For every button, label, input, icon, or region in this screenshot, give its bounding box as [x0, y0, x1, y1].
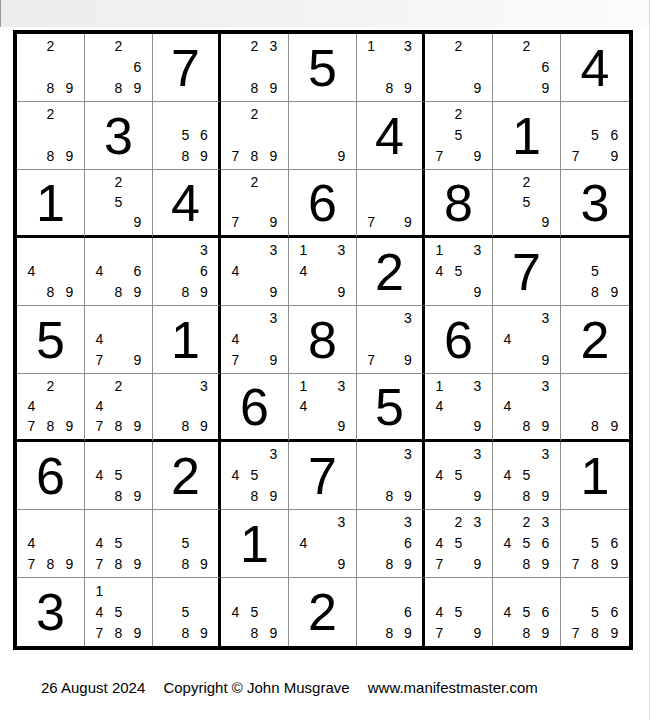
pencilmark-3 — [195, 512, 213, 533]
pencilmark-1 — [90, 240, 109, 261]
solved-digit: 6 — [425, 306, 492, 373]
pencilmark-2 — [449, 444, 468, 465]
pencilmark-3 — [60, 104, 79, 125]
pencilmark-3 — [399, 172, 417, 192]
pencilmark-7 — [498, 553, 517, 574]
pencilmark-5: 5 — [517, 533, 536, 554]
solved-digit: 2 — [289, 578, 356, 646]
pencilmarks: 1349 — [294, 240, 351, 302]
pencilmark-4 — [158, 533, 176, 554]
pencilmark-7 — [226, 622, 245, 643]
pencilmark-6 — [536, 192, 555, 212]
pencilmark-9: 9 — [468, 145, 487, 166]
pencilmark-5 — [245, 125, 264, 146]
pencilmark-8 — [313, 553, 332, 574]
pencilmark-1 — [22, 376, 41, 396]
footer-date: 26 August 2024 — [41, 679, 145, 696]
pencilmark-9: 9 — [60, 77, 79, 98]
pencilmark-7: 7 — [566, 622, 585, 643]
cell-r7c5: 7 — [289, 442, 357, 510]
pencilmark-3: 3 — [264, 444, 283, 465]
pencilmark-2: 2 — [41, 104, 60, 125]
pencilmarks: 4789 — [22, 512, 79, 574]
pencilmark-7 — [498, 416, 517, 436]
cell-r7c7: 3459 — [425, 442, 493, 510]
pencilmark-2: 2 — [517, 512, 536, 533]
pencilmark-6 — [332, 396, 351, 416]
pencilmark-1 — [90, 444, 109, 465]
pencilmarks: 3479 — [226, 308, 283, 370]
pencilmark-9: 9 — [399, 622, 417, 643]
pencilmark-5: 5 — [449, 465, 468, 486]
pencilmark-6 — [128, 601, 147, 622]
pencilmark-5: 5 — [109, 192, 128, 212]
pencilmark-6 — [128, 465, 147, 486]
pencilmark-3 — [468, 104, 487, 125]
cell-r5c3: 1 — [153, 306, 221, 374]
pencilmark-3: 3 — [536, 444, 555, 465]
pencilmark-5 — [313, 261, 332, 282]
pencilmark-5 — [585, 396, 604, 416]
pencilmark-6 — [264, 261, 283, 282]
pencilmark-1 — [226, 104, 245, 125]
pencilmark-5 — [380, 601, 398, 622]
cell-r2c8: 1 — [493, 102, 561, 170]
cell-r4c1: 489 — [17, 238, 85, 306]
pencilmark-7 — [566, 281, 585, 302]
pencilmark-8 — [517, 77, 536, 98]
solved-digit: 5 — [289, 34, 356, 101]
pencilmark-4: 4 — [22, 261, 41, 282]
pencilmark-4: 4 — [226, 465, 245, 486]
solved-digit: 5 — [357, 374, 422, 439]
pencilmark-9: 9 — [264, 622, 283, 643]
solved-digit: 3 — [85, 102, 152, 169]
pencilmark-1 — [294, 104, 313, 125]
pencilmark-2 — [380, 444, 398, 465]
pencilmark-5 — [109, 261, 128, 282]
solved-digit: 6 — [221, 374, 288, 439]
cell-r4c8: 7 — [493, 238, 561, 306]
pencilmark-2: 2 — [245, 104, 264, 125]
cell-r6c5: 1349 — [289, 374, 357, 442]
pencilmark-4: 4 — [430, 396, 449, 416]
pencilmark-6 — [264, 465, 283, 486]
pencilmark-8: 8 — [585, 553, 604, 574]
pencilmark-4: 4 — [498, 329, 517, 350]
pencilmark-9: 9 — [536, 485, 555, 506]
pencilmark-9: 9 — [468, 553, 487, 574]
pencilmark-3: 3 — [399, 512, 417, 533]
solved-digit: 1 — [17, 170, 84, 235]
pencilmarks: 3689 — [362, 512, 417, 574]
pencilmarks: 1349 — [294, 376, 351, 436]
pencilmark-4 — [226, 192, 245, 212]
pencilmark-1 — [498, 376, 517, 396]
pencilmark-7 — [22, 281, 41, 302]
cell-r5c7: 6 — [425, 306, 493, 374]
pencilmark-2 — [585, 512, 604, 533]
cell-r9c6: 689 — [357, 578, 425, 646]
pencilmark-2 — [245, 444, 264, 465]
pencilmark-2 — [380, 308, 398, 329]
cell-r5c2: 479 — [85, 306, 153, 374]
pencilmarks: 589 — [158, 512, 213, 574]
pencilmark-6 — [399, 57, 417, 78]
pencilmark-5: 5 — [245, 601, 264, 622]
cell-r8c3: 589 — [153, 510, 221, 578]
pencilmark-8 — [517, 349, 536, 370]
pencilmarks: 234579 — [430, 512, 487, 574]
pencilmark-8: 8 — [41, 281, 60, 302]
pencilmarks: 389 — [362, 444, 417, 506]
pencilmark-2 — [380, 580, 398, 601]
pencilmark-6 — [195, 601, 213, 622]
pencilmark-7 — [90, 485, 109, 506]
pencilmark-6 — [60, 396, 79, 416]
pencilmarks: 2345689 — [498, 512, 555, 574]
pencilmarks: 4589 — [90, 444, 147, 506]
pencilmark-8 — [449, 622, 468, 643]
pencilmarks: 289 — [22, 36, 79, 98]
pencilmark-3 — [128, 308, 147, 329]
cell-r1c5: 5 — [289, 34, 357, 102]
pencilmark-1 — [498, 512, 517, 533]
pencilmark-5 — [313, 396, 332, 416]
cell-r1c9: 4 — [561, 34, 629, 102]
pencilmark-9: 9 — [195, 281, 213, 302]
pencilmark-7 — [90, 212, 109, 232]
pencilmark-1 — [430, 104, 449, 125]
pencilmarks: 589 — [158, 580, 213, 643]
pencilmark-1 — [430, 36, 449, 57]
pencilmarks: 13459 — [430, 240, 487, 302]
pencilmark-5 — [245, 192, 264, 212]
pencilmark-5: 5 — [449, 601, 468, 622]
pencilmarks: 489 — [22, 240, 79, 302]
pencilmark-1 — [294, 512, 313, 533]
pencilmark-9: 9 — [128, 212, 147, 232]
pencilmark-3 — [536, 580, 555, 601]
pencilmark-7: 7 — [226, 145, 245, 166]
pencilmark-2: 2 — [245, 172, 264, 192]
pencilmark-4: 4 — [90, 329, 109, 350]
pencilmark-6 — [195, 396, 213, 416]
pencilmark-9: 9 — [468, 281, 487, 302]
pencilmark-2: 2 — [449, 104, 468, 125]
pencilmark-4: 4 — [294, 261, 313, 282]
cell-r7c6: 389 — [357, 442, 425, 510]
pencilmarks: 34589 — [226, 444, 283, 506]
pencilmark-4: 4 — [498, 533, 517, 554]
pencilmark-6 — [468, 533, 487, 554]
pencilmark-4: 4 — [294, 396, 313, 416]
pencilmark-9: 9 — [195, 416, 213, 436]
pencilmark-9: 9 — [399, 553, 417, 574]
pencilmark-9: 9 — [128, 77, 147, 98]
pencilmark-2 — [109, 240, 128, 261]
cell-r3c6: 79 — [357, 170, 425, 238]
pencilmark-6 — [605, 261, 624, 282]
solved-digit: 6 — [17, 442, 84, 509]
pencilmark-9: 9 — [536, 553, 555, 574]
pencilmark-5: 5 — [585, 601, 604, 622]
pencilmark-9: 9 — [128, 622, 147, 643]
pencilmark-4 — [90, 57, 109, 78]
pencilmark-8 — [109, 212, 128, 232]
pencilmarks: 45689 — [498, 580, 555, 643]
pencilmark-7 — [22, 77, 41, 98]
pencilmark-8: 8 — [585, 416, 604, 436]
pencilmark-9: 9 — [128, 485, 147, 506]
solved-digit: 7 — [289, 442, 356, 509]
cell-r9c3: 589 — [153, 578, 221, 646]
cell-r2c3: 5689 — [153, 102, 221, 170]
pencilmark-3 — [128, 512, 147, 533]
cell-r4c2: 4689 — [85, 238, 153, 306]
pencilmark-6 — [399, 329, 417, 350]
pencilmark-8: 8 — [245, 77, 264, 98]
pencilmarks: 29 — [430, 36, 487, 98]
cell-r8c8: 2345689 — [493, 510, 561, 578]
pencilmark-7: 7 — [362, 212, 380, 232]
pencilmark-7 — [294, 281, 313, 302]
cell-r6c6: 5 — [357, 374, 425, 442]
pencilmark-6 — [264, 57, 283, 78]
pencilmark-2 — [176, 512, 194, 533]
pencilmark-1 — [90, 36, 109, 57]
pencilmark-5 — [313, 125, 332, 146]
pencilmark-1 — [158, 104, 176, 125]
pencilmark-2 — [109, 444, 128, 465]
cell-r5c1: 5 — [17, 306, 85, 374]
pencilmark-5 — [109, 329, 128, 350]
pencilmark-4 — [430, 125, 449, 146]
pencilmark-2 — [585, 104, 604, 125]
cell-r5c4: 3479 — [221, 306, 289, 374]
cell-r2c1: 289 — [17, 102, 85, 170]
pencilmark-9: 9 — [399, 349, 417, 370]
pencilmark-6 — [332, 261, 351, 282]
cell-r1c2: 2689 — [85, 34, 153, 102]
pencilmark-6: 6 — [399, 533, 417, 554]
pencilmark-1: 1 — [430, 376, 449, 396]
pencilmark-4 — [498, 57, 517, 78]
pencilmark-3 — [60, 36, 79, 57]
pencilmark-8: 8 — [109, 77, 128, 98]
pencilmark-9: 9 — [332, 416, 351, 436]
pencilmark-6 — [264, 125, 283, 146]
pencilmark-8 — [245, 281, 264, 302]
pencilmark-9: 9 — [468, 485, 487, 506]
pencilmark-8 — [245, 349, 264, 370]
cell-r6c1: 24789 — [17, 374, 85, 442]
pencilmark-2 — [380, 36, 398, 57]
pencilmark-7 — [294, 145, 313, 166]
pencilmark-4: 4 — [226, 601, 245, 622]
pencilmark-7 — [158, 145, 176, 166]
solved-digit: 7 — [153, 34, 218, 101]
pencilmark-6: 6 — [536, 57, 555, 78]
cell-r2c9: 5679 — [561, 102, 629, 170]
solved-digit: 2 — [561, 306, 629, 373]
pencilmark-1: 1 — [90, 580, 109, 601]
pencilmark-8 — [449, 145, 468, 166]
pencilmark-4 — [158, 125, 176, 146]
pencilmark-5: 5 — [517, 465, 536, 486]
pencilmark-2: 2 — [517, 172, 536, 192]
cell-r6c2: 24789 — [85, 374, 153, 442]
pencilmarks: 79 — [362, 172, 417, 232]
pencilmark-6: 6 — [399, 601, 417, 622]
pencilmark-2 — [517, 444, 536, 465]
pencilmark-3 — [128, 172, 147, 192]
pencilmark-2 — [176, 104, 194, 125]
pencilmark-3: 3 — [399, 36, 417, 57]
cell-r9c4: 4589 — [221, 578, 289, 646]
pencilmark-7 — [158, 416, 176, 436]
pencilmark-3: 3 — [332, 240, 351, 261]
pencilmark-4 — [22, 57, 41, 78]
pencilmark-6 — [468, 125, 487, 146]
pencilmark-8: 8 — [517, 416, 536, 436]
pencilmark-7: 7 — [90, 416, 109, 436]
pencilmark-4: 4 — [22, 396, 41, 416]
pencilmark-8: 8 — [245, 622, 264, 643]
pencilmark-1 — [226, 308, 245, 329]
pencilmark-5 — [245, 329, 264, 350]
pencilmarks: 269 — [498, 36, 555, 98]
pencilmark-7 — [430, 281, 449, 302]
pencilmark-4 — [430, 57, 449, 78]
pencilmark-6: 6 — [536, 533, 555, 554]
pencilmark-3: 3 — [264, 240, 283, 261]
pencilmark-4 — [566, 396, 585, 416]
pencilmark-1 — [226, 240, 245, 261]
pencilmark-4 — [362, 601, 380, 622]
pencilmark-4: 4 — [90, 533, 109, 554]
pencilmark-4: 4 — [226, 261, 245, 282]
pencilmark-6 — [468, 57, 487, 78]
cell-r8c4: 1 — [221, 510, 289, 578]
cell-r3c3: 4 — [153, 170, 221, 238]
pencilmark-8 — [449, 77, 468, 98]
pencilmark-8 — [109, 349, 128, 370]
footer-website: www.manifestmaster.com — [368, 679, 538, 696]
pencilmark-4: 4 — [294, 533, 313, 554]
pencilmark-2: 2 — [109, 376, 128, 396]
pencilmark-4 — [362, 192, 380, 212]
pencilmark-7 — [226, 281, 245, 302]
pencilmark-8: 8 — [109, 416, 128, 436]
pencilmark-5 — [517, 57, 536, 78]
pencilmark-8: 8 — [517, 622, 536, 643]
pencilmark-3 — [128, 444, 147, 465]
pencilmark-4 — [226, 125, 245, 146]
pencilmark-4 — [158, 601, 176, 622]
pencilmark-4 — [566, 261, 585, 282]
pencilmarks: 279 — [226, 172, 283, 232]
pencilmark-3: 3 — [264, 36, 283, 57]
cell-r7c4: 34589 — [221, 442, 289, 510]
pencilmark-2 — [245, 240, 264, 261]
pencilmark-2 — [176, 376, 194, 396]
pencilmark-1 — [362, 172, 380, 192]
pencilmark-4 — [22, 125, 41, 146]
pencilmark-1 — [158, 512, 176, 533]
cell-r4c5: 1349 — [289, 238, 357, 306]
pencilmark-6 — [60, 261, 79, 282]
pencilmark-9: 9 — [60, 553, 79, 574]
pencilmark-1 — [226, 444, 245, 465]
pencilmark-6 — [264, 329, 283, 350]
pencilmark-8 — [517, 212, 536, 232]
cell-r9c8: 45689 — [493, 578, 561, 646]
pencilmark-9: 9 — [264, 281, 283, 302]
pencilmark-5: 5 — [109, 465, 128, 486]
pencilmark-1 — [566, 104, 585, 125]
pencilmark-3: 3 — [195, 240, 213, 261]
pencilmark-5: 5 — [109, 601, 128, 622]
pencilmark-1 — [90, 308, 109, 329]
pencilmark-5 — [380, 57, 398, 78]
pencilmark-8 — [245, 212, 264, 232]
cell-r7c2: 4589 — [85, 442, 153, 510]
pencilmark-9: 9 — [468, 416, 487, 436]
pencilmark-5: 5 — [176, 533, 194, 554]
pencilmark-8: 8 — [380, 553, 398, 574]
pencilmarks: 289 — [22, 104, 79, 166]
pencilmark-5 — [245, 261, 264, 282]
cell-r1c8: 269 — [493, 34, 561, 102]
solved-digit: 7 — [493, 238, 560, 305]
pencilmarks: 5689 — [158, 104, 213, 166]
pencilmark-3 — [264, 172, 283, 192]
pencilmarks: 5679 — [566, 104, 624, 166]
pencilmark-3 — [536, 172, 555, 192]
pencilmark-6 — [264, 192, 283, 212]
pencilmark-9: 9 — [60, 416, 79, 436]
pencilmark-2 — [176, 580, 194, 601]
pencilmark-7: 7 — [90, 349, 109, 370]
cell-r4c7: 13459 — [425, 238, 493, 306]
cell-r1c4: 2389 — [221, 34, 289, 102]
pencilmarks: 45789 — [90, 512, 147, 574]
pencilmark-7 — [430, 416, 449, 436]
pencilmark-9: 9 — [605, 622, 624, 643]
pencilmarks: 479 — [90, 308, 147, 370]
pencilmark-7: 7 — [90, 622, 109, 643]
pencilmark-7 — [498, 622, 517, 643]
pencilmark-1 — [226, 36, 245, 57]
pencilmark-7: 7 — [430, 622, 449, 643]
pencilmark-8: 8 — [109, 485, 128, 506]
pencilmark-3: 3 — [536, 512, 555, 533]
pencilmark-5 — [245, 57, 264, 78]
pencilmark-5 — [380, 192, 398, 212]
pencilmark-7 — [498, 212, 517, 232]
pencilmark-3 — [128, 36, 147, 57]
pencilmark-5 — [449, 57, 468, 78]
pencilmark-3 — [536, 36, 555, 57]
pencilmark-9: 9 — [399, 212, 417, 232]
pencilmark-1: 1 — [294, 376, 313, 396]
pencilmarks: 349 — [294, 512, 351, 574]
pencilmark-6 — [468, 396, 487, 416]
pencilmark-1 — [566, 512, 585, 533]
pencilmark-2 — [517, 308, 536, 329]
pencilmark-6 — [468, 465, 487, 486]
